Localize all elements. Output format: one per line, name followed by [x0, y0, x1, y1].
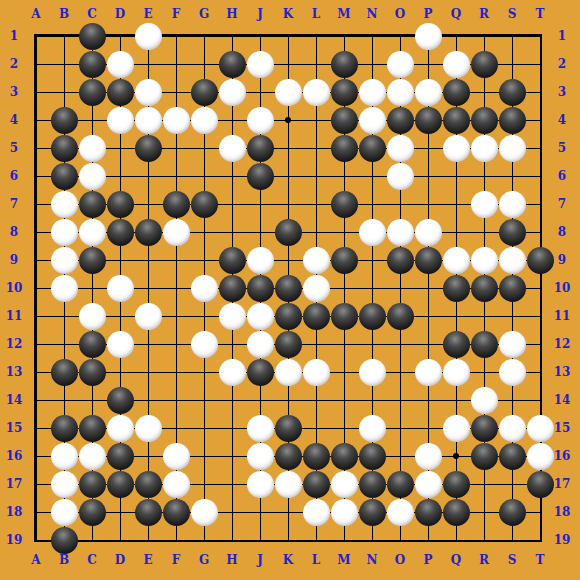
- row-label-left-5: 5: [0, 140, 28, 156]
- stone-black-N18[interactable]: [359, 499, 386, 526]
- stone-black-B5[interactable]: [51, 135, 78, 162]
- stone-white-N8[interactable]: [359, 219, 386, 246]
- stone-white-B8[interactable]: [51, 219, 78, 246]
- stone-white-M17[interactable]: [331, 471, 358, 498]
- stone-black-F7[interactable]: [163, 191, 190, 218]
- stone-black-O4[interactable]: [387, 107, 414, 134]
- stone-black-D16[interactable]: [107, 443, 134, 470]
- stone-black-J13[interactable]: [247, 359, 274, 386]
- column-label-bottom-S: S: [498, 552, 526, 568]
- stone-black-G7[interactable]: [191, 191, 218, 218]
- stone-black-M4[interactable]: [331, 107, 358, 134]
- stone-white-D12[interactable]: [107, 331, 134, 358]
- stone-white-E15[interactable]: [135, 415, 162, 442]
- column-label-bottom-B: B: [50, 552, 78, 568]
- row-label-right-10: 10: [548, 280, 576, 296]
- stone-black-B6[interactable]: [51, 163, 78, 190]
- row-label-right-18: 18: [548, 504, 576, 520]
- stone-white-R14[interactable]: [471, 387, 498, 414]
- stone-white-S9[interactable]: [499, 247, 526, 274]
- stone-white-P8[interactable]: [415, 219, 442, 246]
- stone-black-K10[interactable]: [275, 275, 302, 302]
- column-label-top-N: N: [358, 6, 386, 22]
- stone-white-S5[interactable]: [499, 135, 526, 162]
- row-label-left-12: 12: [0, 336, 28, 352]
- stone-black-H9[interactable]: [219, 247, 246, 274]
- stone-white-O5[interactable]: [387, 135, 414, 162]
- stone-white-R5[interactable]: [471, 135, 498, 162]
- stone-white-B17[interactable]: [51, 471, 78, 498]
- column-label-top-R: R: [470, 6, 498, 22]
- stone-white-Q13[interactable]: [443, 359, 470, 386]
- stone-black-O11[interactable]: [387, 303, 414, 330]
- stone-white-B9[interactable]: [51, 247, 78, 274]
- column-label-bottom-M: M: [330, 552, 358, 568]
- stone-white-L3[interactable]: [303, 79, 330, 106]
- stone-white-H3[interactable]: [219, 79, 246, 106]
- stone-black-D3[interactable]: [107, 79, 134, 106]
- stone-white-H5[interactable]: [219, 135, 246, 162]
- stone-white-Q15[interactable]: [443, 415, 470, 442]
- column-label-top-S: S: [498, 6, 526, 22]
- stone-black-D7[interactable]: [107, 191, 134, 218]
- row-label-left-10: 10: [0, 280, 28, 296]
- stone-black-Q12[interactable]: [443, 331, 470, 358]
- stone-white-G10[interactable]: [191, 275, 218, 302]
- stone-white-Q9[interactable]: [443, 247, 470, 274]
- stone-white-J2[interactable]: [247, 51, 274, 78]
- stone-black-Q3[interactable]: [443, 79, 470, 106]
- stone-black-M11[interactable]: [331, 303, 358, 330]
- stone-white-F8[interactable]: [163, 219, 190, 246]
- stone-white-D10[interactable]: [107, 275, 134, 302]
- column-label-bottom-T: T: [526, 552, 554, 568]
- go-board[interactable]: AA11BB22CC33DD44EE55FF66GG77HH88JJ99KK10…: [0, 0, 580, 580]
- stone-white-B7[interactable]: [51, 191, 78, 218]
- stone-white-E1[interactable]: [135, 23, 162, 50]
- stone-white-C6[interactable]: [79, 163, 106, 190]
- column-label-bottom-G: G: [190, 552, 218, 568]
- row-label-left-14: 14: [0, 392, 28, 408]
- row-label-left-18: 18: [0, 504, 28, 520]
- stone-white-N15[interactable]: [359, 415, 386, 442]
- stone-black-T17[interactable]: [527, 471, 554, 498]
- stone-white-K13[interactable]: [275, 359, 302, 386]
- stone-black-R12[interactable]: [471, 331, 498, 358]
- column-label-bottom-O: O: [386, 552, 414, 568]
- row-label-right-13: 13: [548, 364, 576, 380]
- stone-black-O17[interactable]: [387, 471, 414, 498]
- stone-white-J12[interactable]: [247, 331, 274, 358]
- stone-white-F4[interactable]: [163, 107, 190, 134]
- stone-black-J5[interactable]: [247, 135, 274, 162]
- row-label-left-15: 15: [0, 420, 28, 436]
- column-label-bottom-N: N: [358, 552, 386, 568]
- stone-black-R2[interactable]: [471, 51, 498, 78]
- stone-white-S13[interactable]: [499, 359, 526, 386]
- stone-white-P13[interactable]: [415, 359, 442, 386]
- row-label-right-8: 8: [548, 224, 576, 240]
- stone-black-M16[interactable]: [331, 443, 358, 470]
- row-label-left-17: 17: [0, 476, 28, 492]
- stone-white-J4[interactable]: [247, 107, 274, 134]
- stone-black-C7[interactable]: [79, 191, 106, 218]
- column-label-bottom-J: J: [246, 552, 274, 568]
- stone-black-C13[interactable]: [79, 359, 106, 386]
- row-label-right-6: 6: [548, 168, 576, 184]
- stone-black-K12[interactable]: [275, 331, 302, 358]
- stone-white-K17[interactable]: [275, 471, 302, 498]
- row-label-right-1: 1: [548, 28, 576, 44]
- row-label-right-12: 12: [548, 336, 576, 352]
- column-label-top-Q: Q: [442, 6, 470, 22]
- stone-white-Q5[interactable]: [443, 135, 470, 162]
- stone-white-S7[interactable]: [499, 191, 526, 218]
- stone-black-R4[interactable]: [471, 107, 498, 134]
- stone-white-P1[interactable]: [415, 23, 442, 50]
- row-label-left-2: 2: [0, 56, 28, 72]
- column-label-bottom-A: A: [22, 552, 50, 568]
- star-point-K4: [285, 117, 291, 123]
- column-label-bottom-L: L: [302, 552, 330, 568]
- stone-white-F16[interactable]: [163, 443, 190, 470]
- row-label-right-19: 19: [548, 532, 576, 548]
- stone-white-J15[interactable]: [247, 415, 274, 442]
- stone-black-Q4[interactable]: [443, 107, 470, 134]
- column-label-top-M: M: [330, 6, 358, 22]
- stone-black-K15[interactable]: [275, 415, 302, 442]
- stone-white-C16[interactable]: [79, 443, 106, 470]
- stone-white-F17[interactable]: [163, 471, 190, 498]
- stone-white-S15[interactable]: [499, 415, 526, 442]
- stone-black-K11[interactable]: [275, 303, 302, 330]
- stone-black-C15[interactable]: [79, 415, 106, 442]
- stone-black-M5[interactable]: [331, 135, 358, 162]
- stone-white-C5[interactable]: [79, 135, 106, 162]
- stone-black-L11[interactable]: [303, 303, 330, 330]
- stone-white-C8[interactable]: [79, 219, 106, 246]
- stone-white-L10[interactable]: [303, 275, 330, 302]
- stone-white-B18[interactable]: [51, 499, 78, 526]
- stone-white-G12[interactable]: [191, 331, 218, 358]
- row-label-left-11: 11: [0, 308, 28, 324]
- stone-black-Q17[interactable]: [443, 471, 470, 498]
- column-label-top-D: D: [106, 6, 134, 22]
- row-label-right-11: 11: [548, 308, 576, 324]
- stone-black-S16[interactable]: [499, 443, 526, 470]
- stone-white-D4[interactable]: [107, 107, 134, 134]
- column-label-top-L: L: [302, 6, 330, 22]
- stone-white-N13[interactable]: [359, 359, 386, 386]
- stone-black-K8[interactable]: [275, 219, 302, 246]
- stone-white-J9[interactable]: [247, 247, 274, 274]
- stone-black-G3[interactable]: [191, 79, 218, 106]
- stone-black-E5[interactable]: [135, 135, 162, 162]
- column-label-bottom-K: K: [274, 552, 302, 568]
- stone-white-S12[interactable]: [499, 331, 526, 358]
- stone-black-C12[interactable]: [79, 331, 106, 358]
- row-label-left-13: 13: [0, 364, 28, 380]
- stone-black-J6[interactable]: [247, 163, 274, 190]
- stone-black-M3[interactable]: [331, 79, 358, 106]
- stone-black-B19[interactable]: [51, 527, 78, 554]
- stone-black-C3[interactable]: [79, 79, 106, 106]
- row-label-left-3: 3: [0, 84, 28, 100]
- stone-black-C18[interactable]: [79, 499, 106, 526]
- column-label-bottom-P: P: [414, 552, 442, 568]
- stone-white-O18[interactable]: [387, 499, 414, 526]
- column-label-top-E: E: [134, 6, 162, 22]
- stone-black-M9[interactable]: [331, 247, 358, 274]
- stone-white-P16[interactable]: [415, 443, 442, 470]
- row-label-right-7: 7: [548, 196, 576, 212]
- stone-black-R15[interactable]: [471, 415, 498, 442]
- stone-black-R10[interactable]: [471, 275, 498, 302]
- stone-white-C11[interactable]: [79, 303, 106, 330]
- row-label-left-8: 8: [0, 224, 28, 240]
- stone-white-E11[interactable]: [135, 303, 162, 330]
- stone-white-T16[interactable]: [527, 443, 554, 470]
- stone-white-O2[interactable]: [387, 51, 414, 78]
- stone-white-H11[interactable]: [219, 303, 246, 330]
- stone-black-R16[interactable]: [471, 443, 498, 470]
- stone-black-S4[interactable]: [499, 107, 526, 134]
- stone-black-O9[interactable]: [387, 247, 414, 274]
- column-label-top-A: A: [22, 6, 50, 22]
- column-label-top-F: F: [162, 6, 190, 22]
- stone-black-S10[interactable]: [499, 275, 526, 302]
- stone-black-Q10[interactable]: [443, 275, 470, 302]
- stone-black-P18[interactable]: [415, 499, 442, 526]
- stone-black-E17[interactable]: [135, 471, 162, 498]
- stone-white-N3[interactable]: [359, 79, 386, 106]
- column-label-top-C: C: [78, 6, 106, 22]
- row-label-right-5: 5: [548, 140, 576, 156]
- stone-black-D17[interactable]: [107, 471, 134, 498]
- stone-black-L16[interactable]: [303, 443, 330, 470]
- stone-white-J17[interactable]: [247, 471, 274, 498]
- stone-white-E4[interactable]: [135, 107, 162, 134]
- stone-black-C17[interactable]: [79, 471, 106, 498]
- column-label-top-G: G: [190, 6, 218, 22]
- stone-black-N5[interactable]: [359, 135, 386, 162]
- stone-black-N11[interactable]: [359, 303, 386, 330]
- star-point-Q16: [453, 453, 459, 459]
- stone-black-P9[interactable]: [415, 247, 442, 274]
- row-label-right-4: 4: [548, 112, 576, 128]
- stone-white-O8[interactable]: [387, 219, 414, 246]
- stone-black-B15[interactable]: [51, 415, 78, 442]
- stone-white-J11[interactable]: [247, 303, 274, 330]
- stone-black-C2[interactable]: [79, 51, 106, 78]
- column-label-bottom-R: R: [470, 552, 498, 568]
- stone-white-D15[interactable]: [107, 415, 134, 442]
- stone-white-E3[interactable]: [135, 79, 162, 106]
- row-label-right-14: 14: [548, 392, 576, 408]
- column-label-bottom-Q: Q: [442, 552, 470, 568]
- stone-black-H10[interactable]: [219, 275, 246, 302]
- row-label-left-16: 16: [0, 448, 28, 464]
- row-label-right-3: 3: [548, 84, 576, 100]
- stone-black-S8[interactable]: [499, 219, 526, 246]
- stone-white-L13[interactable]: [303, 359, 330, 386]
- column-label-bottom-F: F: [162, 552, 190, 568]
- column-label-top-K: K: [274, 6, 302, 22]
- stone-white-J16[interactable]: [247, 443, 274, 470]
- stone-white-G18[interactable]: [191, 499, 218, 526]
- stone-white-N4[interactable]: [359, 107, 386, 134]
- stone-black-F18[interactable]: [163, 499, 190, 526]
- column-label-bottom-H: H: [218, 552, 246, 568]
- stone-white-B16[interactable]: [51, 443, 78, 470]
- stone-black-N16[interactable]: [359, 443, 386, 470]
- column-label-bottom-E: E: [134, 552, 162, 568]
- column-label-bottom-D: D: [106, 552, 134, 568]
- stone-black-E8[interactable]: [135, 219, 162, 246]
- stone-black-S3[interactable]: [499, 79, 526, 106]
- stone-white-H13[interactable]: [219, 359, 246, 386]
- row-label-left-1: 1: [0, 28, 28, 44]
- stone-black-M2[interactable]: [331, 51, 358, 78]
- stone-white-L18[interactable]: [303, 499, 330, 526]
- stone-white-M18[interactable]: [331, 499, 358, 526]
- stone-white-T15[interactable]: [527, 415, 554, 442]
- column-label-top-O: O: [386, 6, 414, 22]
- stone-white-B10[interactable]: [51, 275, 78, 302]
- stone-black-N17[interactable]: [359, 471, 386, 498]
- stone-black-M7[interactable]: [331, 191, 358, 218]
- stone-white-L9[interactable]: [303, 247, 330, 274]
- stone-white-K3[interactable]: [275, 79, 302, 106]
- stone-black-L17[interactable]: [303, 471, 330, 498]
- stone-white-G4[interactable]: [191, 107, 218, 134]
- stone-black-B4[interactable]: [51, 107, 78, 134]
- stone-black-D8[interactable]: [107, 219, 134, 246]
- stone-white-P3[interactable]: [415, 79, 442, 106]
- row-label-left-9: 9: [0, 252, 28, 268]
- column-label-bottom-C: C: [78, 552, 106, 568]
- stone-black-C1[interactable]: [79, 23, 106, 50]
- stone-black-J10[interactable]: [247, 275, 274, 302]
- stone-white-Q2[interactable]: [443, 51, 470, 78]
- row-label-right-2: 2: [548, 56, 576, 72]
- stone-white-P17[interactable]: [415, 471, 442, 498]
- stone-black-T9[interactable]: [527, 247, 554, 274]
- column-label-top-T: T: [526, 6, 554, 22]
- row-label-left-4: 4: [0, 112, 28, 128]
- row-label-left-6: 6: [0, 168, 28, 184]
- stone-white-D2[interactable]: [107, 51, 134, 78]
- stone-black-H2[interactable]: [219, 51, 246, 78]
- stone-black-D14[interactable]: [107, 387, 134, 414]
- stone-black-S18[interactable]: [499, 499, 526, 526]
- stone-white-O6[interactable]: [387, 163, 414, 190]
- stone-black-E18[interactable]: [135, 499, 162, 526]
- column-label-top-P: P: [414, 6, 442, 22]
- stone-black-C9[interactable]: [79, 247, 106, 274]
- stone-white-O3[interactable]: [387, 79, 414, 106]
- column-label-top-B: B: [50, 6, 78, 22]
- row-label-left-7: 7: [0, 196, 28, 212]
- row-label-left-19: 19: [0, 532, 28, 548]
- stone-white-R7[interactable]: [471, 191, 498, 218]
- column-label-top-H: H: [218, 6, 246, 22]
- stone-white-R9[interactable]: [471, 247, 498, 274]
- column-label-top-J: J: [246, 6, 274, 22]
- stone-black-Q18[interactable]: [443, 499, 470, 526]
- stone-black-B13[interactable]: [51, 359, 78, 386]
- stone-black-K16[interactable]: [275, 443, 302, 470]
- stone-black-P4[interactable]: [415, 107, 442, 134]
